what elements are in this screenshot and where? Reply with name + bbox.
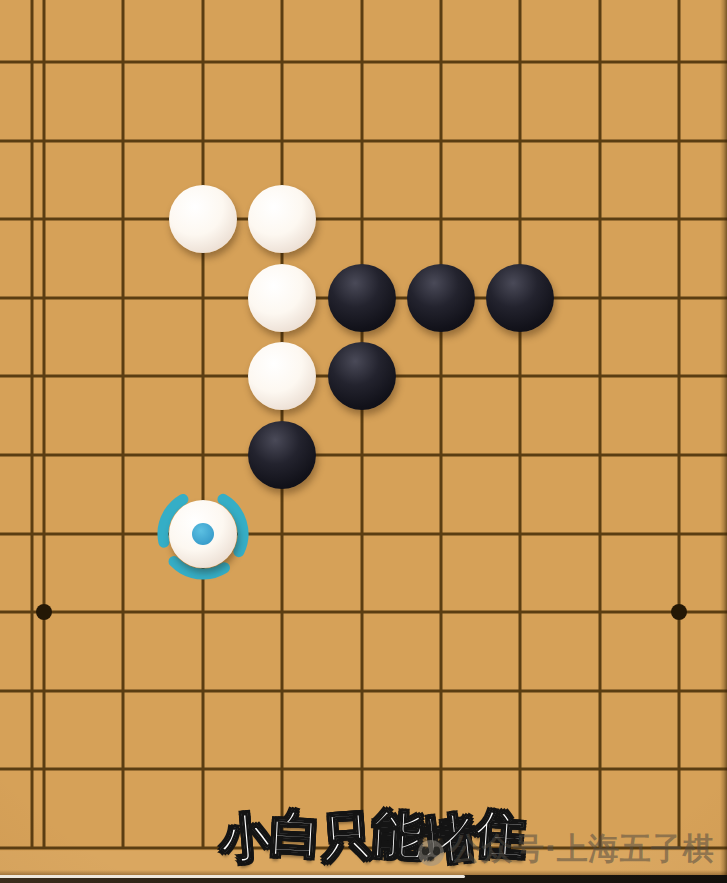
stone-white-G8[interactable] — [248, 264, 316, 332]
subtitle-char: 小 — [218, 809, 274, 868]
video-progress-played — [0, 875, 465, 878]
stone-white-G7[interactable] — [248, 342, 316, 410]
gomoku-board-stones-layer[interactable] — [4, 23, 719, 883]
stone-black-J8[interactable] — [486, 264, 554, 332]
stone-white-F9[interactable] — [169, 185, 237, 253]
stone-black-H7[interactable] — [328, 342, 396, 410]
subtitle-char: 能 — [372, 807, 426, 865]
subtitle-char: 白 — [270, 806, 324, 864]
subtitle-char: 堵 — [422, 809, 478, 869]
stone-white-F5[interactable] — [169, 500, 237, 568]
subtitle-char: 只 — [320, 808, 375, 866]
subtitle-char: 住 — [473, 805, 528, 863]
stone-black-G6[interactable] — [248, 421, 316, 489]
video-frame: 小白只能堵住 公众号·上海五子棋 — [0, 0, 727, 883]
subtitle-caption: 小白只能堵住 — [220, 809, 526, 864]
stone-white-G9[interactable] — [248, 185, 316, 253]
stone-black-H8[interactable] — [328, 264, 396, 332]
video-progress-bar[interactable] — [0, 875, 727, 883]
stone-black-I8[interactable] — [407, 264, 475, 332]
